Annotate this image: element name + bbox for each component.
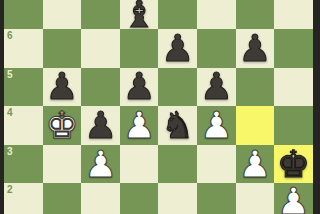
white-pawn[interactable]: ♟ [238,146,271,183]
square-d6[interactable] [120,29,159,68]
square-e3[interactable] [158,145,197,184]
black-pawn[interactable]: ♟ [122,68,155,105]
square-c5[interactable] [81,68,120,107]
white-pawn[interactable]: ♟ [84,146,117,183]
white-king[interactable]: ♚ [45,107,78,144]
square-b5[interactable]: ♟ [43,68,82,107]
square-f2[interactable] [197,183,236,214]
black-pawn[interactable]: ♟ [238,30,271,67]
black-king[interactable]: ♚ [277,146,310,183]
square-h7[interactable] [274,0,313,29]
square-c6[interactable] [81,29,120,68]
square-a3[interactable]: 3 [4,145,43,184]
square-f7[interactable] [197,0,236,29]
black-knight[interactable]: ♞ [161,107,194,144]
square-e4[interactable]: ♞ [158,106,197,145]
square-h4[interactable] [274,106,313,145]
square-d5[interactable]: ♟ [120,68,159,107]
square-f5[interactable]: ♟ [197,68,236,107]
square-b4[interactable]: ♚ [43,106,82,145]
square-c2[interactable] [81,183,120,214]
square-d7[interactable]: ♝ [120,0,159,29]
black-pawn[interactable]: ♟ [200,68,233,105]
square-c3[interactable]: ♟ [81,145,120,184]
square-a2[interactable]: 2 [4,183,43,214]
square-d4[interactable]: ♟ [120,106,159,145]
square-e7[interactable] [158,0,197,29]
white-pawn[interactable]: ♟ [122,107,155,144]
square-h3[interactable]: ♚ [274,145,313,184]
square-h6[interactable] [274,29,313,68]
square-g7[interactable] [236,0,275,29]
square-e6[interactable]: ♟ [158,29,197,68]
rank-label-6: 6 [7,30,13,41]
chess-app-viewport: ♝6♟♟5♟♟♟4♚♟♟♞♟3♟♟♚2♟ [0,0,320,214]
square-a5[interactable]: 5 [4,68,43,107]
chess-board: ♝6♟♟5♟♟♟4♚♟♟♞♟3♟♟♚2♟ [4,0,313,214]
black-pawn[interactable]: ♟ [45,68,78,105]
black-pawn[interactable]: ♟ [84,107,117,144]
square-b6[interactable] [43,29,82,68]
square-h5[interactable] [274,68,313,107]
square-g5[interactable] [236,68,275,107]
white-pawn[interactable]: ♟ [200,107,233,144]
square-a6[interactable]: 6 [4,29,43,68]
rank-label-4: 4 [7,107,13,118]
white-pawn[interactable]: ♟ [277,183,310,214]
rank-label-2: 2 [7,184,13,195]
square-c4[interactable]: ♟ [81,106,120,145]
square-d3[interactable] [120,145,159,184]
square-f6[interactable] [197,29,236,68]
square-g3[interactable]: ♟ [236,145,275,184]
square-g4[interactable] [236,106,275,145]
square-g6[interactable]: ♟ [236,29,275,68]
square-b3[interactable] [43,145,82,184]
square-d2[interactable] [120,183,159,214]
square-a4[interactable]: 4 [4,106,43,145]
square-h2[interactable]: ♟ [274,183,313,214]
square-a7[interactable] [4,0,43,29]
square-c7[interactable] [81,0,120,29]
black-pawn[interactable]: ♟ [161,30,194,67]
square-b2[interactable] [43,183,82,214]
square-f4[interactable]: ♟ [197,106,236,145]
rank-label-5: 5 [7,69,13,80]
rank-label-3: 3 [7,146,13,157]
square-e2[interactable] [158,183,197,214]
square-f3[interactable] [197,145,236,184]
square-g2[interactable] [236,183,275,214]
square-b7[interactable] [43,0,82,29]
square-e5[interactable] [158,68,197,107]
